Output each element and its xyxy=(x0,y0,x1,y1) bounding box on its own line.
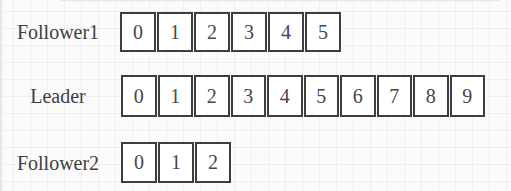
left-edge-shade xyxy=(0,0,3,191)
log-cell: 1 xyxy=(158,142,194,183)
leader-log-cells: 0123456789 xyxy=(121,75,485,117)
log-cell: 8 xyxy=(413,75,449,117)
log-cell: 4 xyxy=(268,12,304,52)
log-replication-diagram: Follower1 012345 Leader 0123456789 Follo… xyxy=(0,0,511,191)
log-cell: 0 xyxy=(120,12,156,52)
log-cell: 7 xyxy=(377,75,413,117)
log-cell: 6 xyxy=(340,75,376,117)
log-cell: 2 xyxy=(194,75,230,117)
row-label-follower1: Follower1 xyxy=(8,12,108,52)
log-cell: 2 xyxy=(194,12,230,52)
row-label-follower2: Follower2 xyxy=(8,142,108,184)
top-edge-shade xyxy=(60,0,500,2)
log-cell: 3 xyxy=(231,75,267,117)
row-label-leader: Leader xyxy=(8,75,108,117)
log-cell: 0 xyxy=(121,75,157,117)
log-cell: 9 xyxy=(450,75,486,117)
log-cell: 0 xyxy=(121,142,157,183)
log-cell: 4 xyxy=(267,75,303,117)
log-cell: 1 xyxy=(157,12,193,52)
log-cell: 5 xyxy=(304,75,340,117)
log-cell: 2 xyxy=(195,142,231,183)
log-cell: 1 xyxy=(158,75,194,117)
log-cell: 5 xyxy=(305,12,341,52)
log-cell: 3 xyxy=(231,12,267,52)
follower1-log-cells: 012345 xyxy=(120,12,341,52)
follower2-log-cells: 012 xyxy=(121,142,231,183)
